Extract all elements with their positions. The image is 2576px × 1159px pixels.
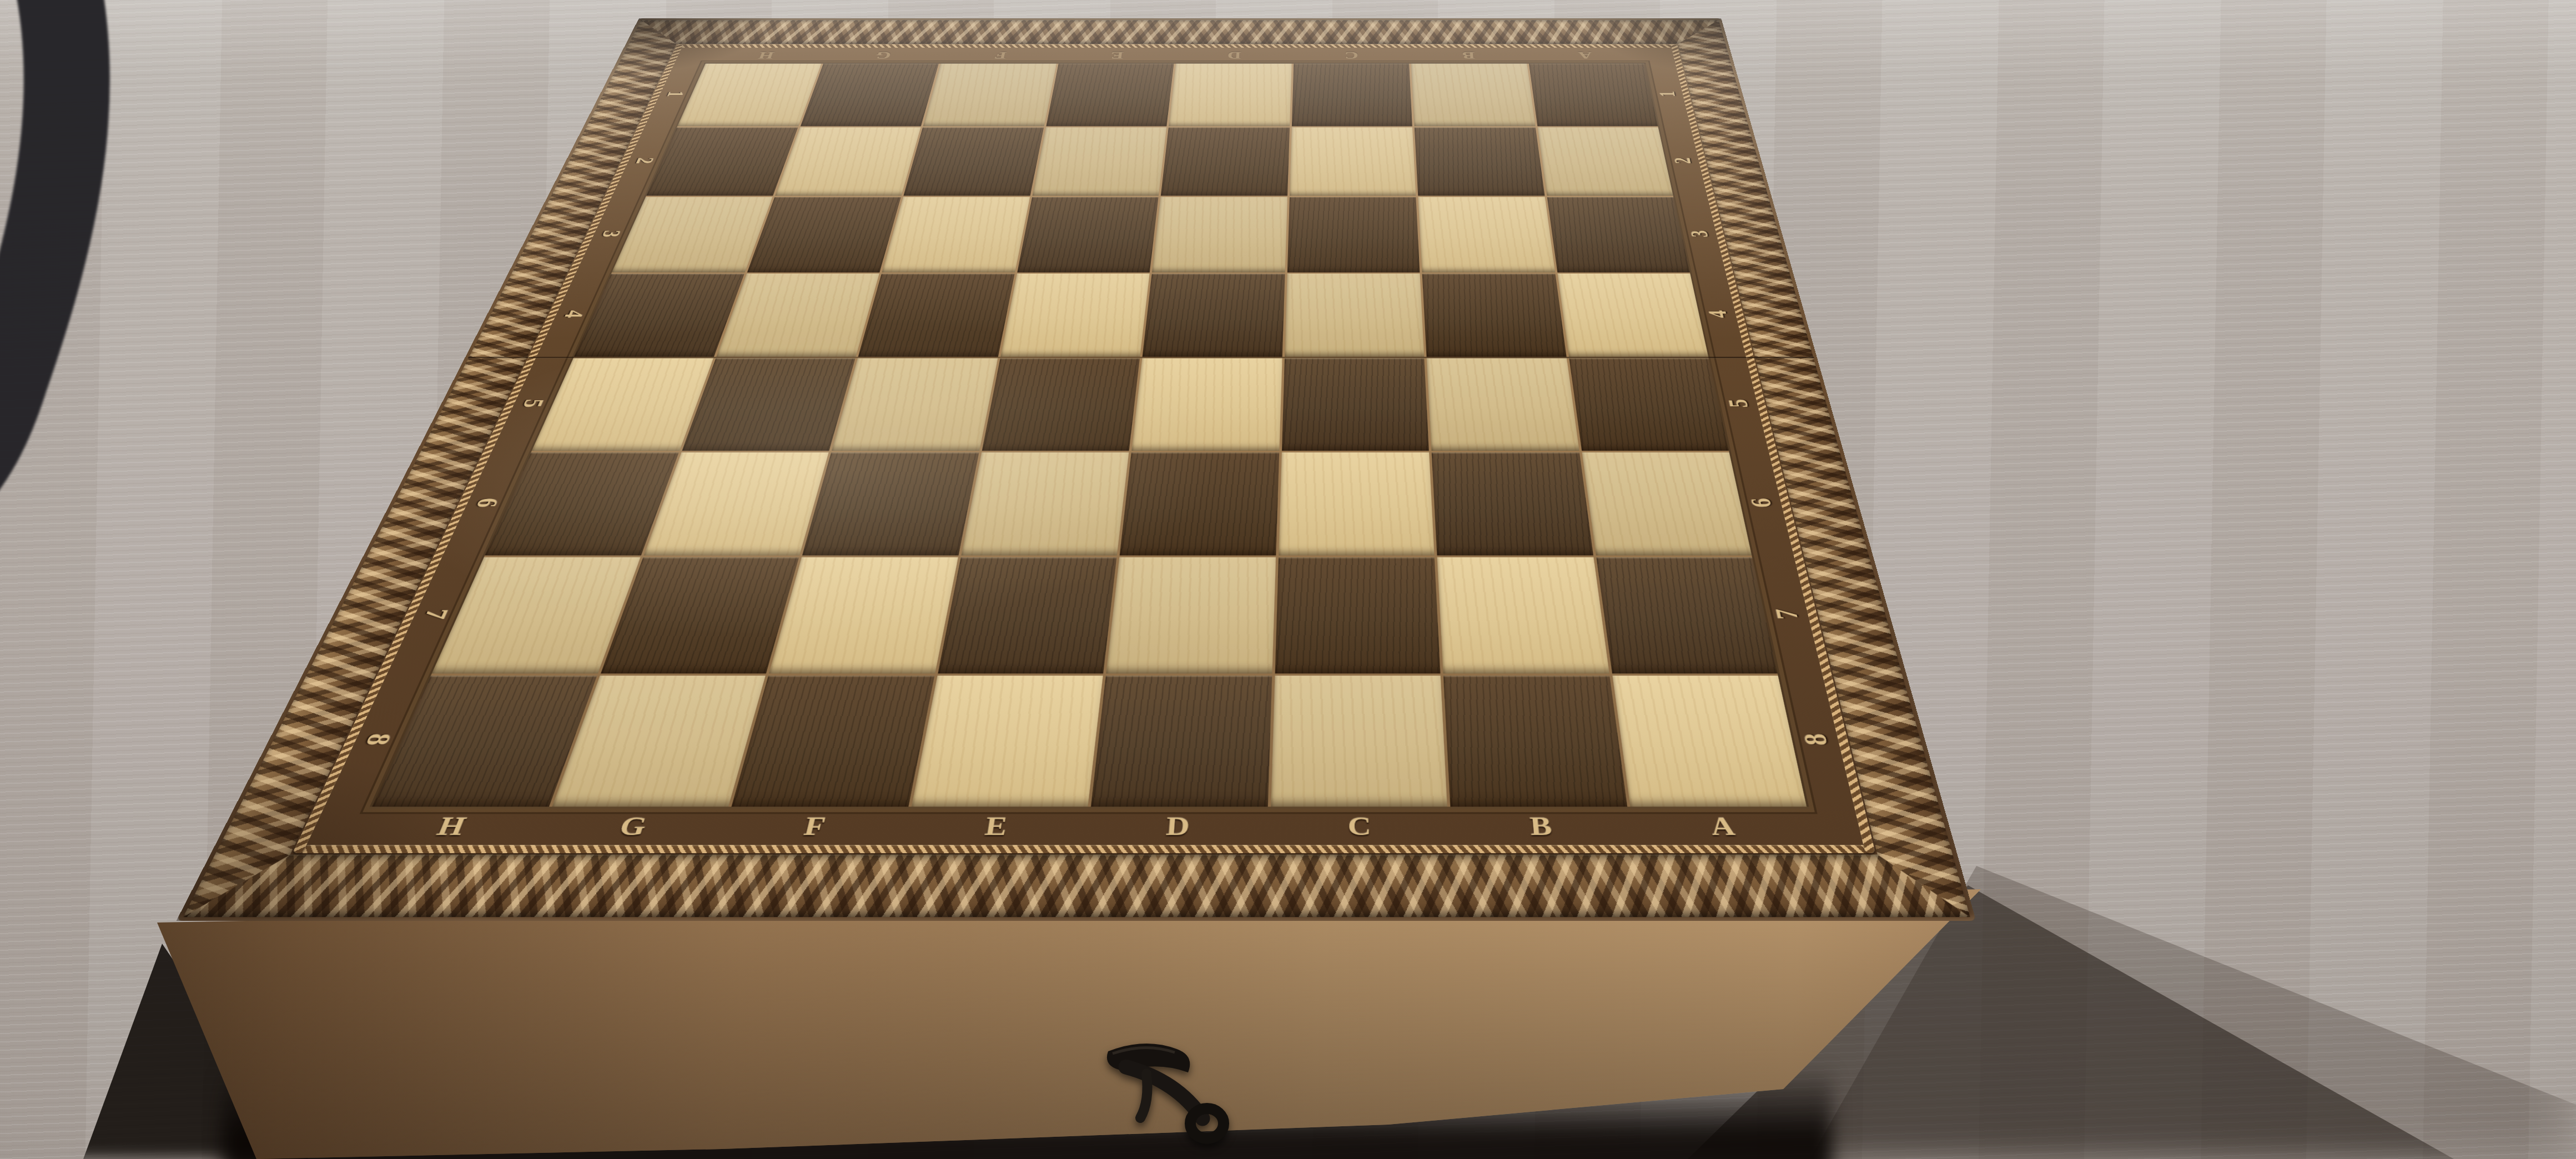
square-c4[interactable] — [1285, 274, 1425, 357]
square-c8[interactable] — [1271, 676, 1447, 807]
square-g1[interactable] — [800, 64, 938, 127]
file-labels-far-label: E — [1058, 48, 1177, 63]
square-b3[interactable] — [1418, 197, 1554, 273]
square-b4[interactable] — [1422, 274, 1566, 357]
board-perspective-wrapper: HGFEDCBA HGFEDCBA 12345678 12345678 — [0, 0, 2576, 1159]
rope-twist-line-bottom — [293, 845, 1876, 853]
file-labels-far-label: C — [1292, 48, 1410, 63]
rank-labels-right-label: 5 — [1663, 392, 1815, 414]
square-e4[interactable] — [1000, 274, 1150, 357]
rank-labels-left-label: 1 — [612, 87, 739, 102]
square-d6[interactable] — [1120, 452, 1279, 556]
file-labels-far-label: G — [822, 48, 944, 63]
rank-labels-left-label: 8 — [283, 724, 472, 755]
file-labels-far: HGFEDCBA — [705, 48, 1646, 63]
square-g4[interactable] — [716, 274, 879, 357]
square-g3[interactable] — [747, 197, 900, 273]
file-labels-far-label: B — [1410, 48, 1528, 63]
rank-labels-right-label: 8 — [1725, 724, 1907, 755]
square-f6[interactable] — [802, 452, 979, 556]
square-b7[interactable] — [1437, 557, 1609, 673]
rank-labels-left-label: 2 — [578, 152, 711, 169]
square-e7[interactable] — [938, 557, 1117, 673]
square-e8[interactable] — [911, 676, 1103, 807]
rank-labels-right-label: 6 — [1682, 490, 1842, 515]
rank-labels-right-label: 4 — [1647, 304, 1790, 324]
file-labels-near: HGFEDCBA — [353, 809, 1817, 844]
file-labels-near-label: A — [1629, 809, 1817, 844]
square-f4[interactable] — [858, 274, 1014, 357]
rope-braid-border-top — [629, 20, 1725, 44]
square-b8[interactable] — [1443, 676, 1627, 807]
square-c5[interactable] — [1281, 358, 1428, 450]
square-e6[interactable] — [961, 452, 1129, 556]
square-c7[interactable] — [1275, 557, 1440, 673]
file-labels-near-label: B — [1449, 809, 1634, 844]
square-g2[interactable] — [775, 127, 921, 195]
square-d2[interactable] — [1161, 127, 1290, 195]
square-b2[interactable] — [1415, 127, 1544, 195]
square-d1[interactable] — [1169, 64, 1291, 127]
square-b5[interactable] — [1427, 358, 1579, 450]
rank-labels-left-label: 4 — [500, 304, 648, 324]
scene: HGFEDCBA HGFEDCBA 12345678 12345678 — [0, 0, 2576, 1159]
square-c2[interactable] — [1290, 127, 1416, 195]
square-f1[interactable] — [923, 64, 1056, 127]
rank-labels-right-label: 7 — [1702, 600, 1873, 628]
square-e5[interactable] — [982, 358, 1140, 450]
square-e1[interactable] — [1046, 64, 1174, 127]
rank-labels-left-label: 6 — [404, 490, 570, 515]
rank-labels-left-label: 7 — [347, 600, 524, 628]
square-c6[interactable] — [1279, 452, 1435, 556]
file-labels-near-label: F — [719, 809, 909, 844]
file-labels-far-label: A — [1526, 48, 1646, 63]
dark-object — [0, 0, 255, 527]
square-e2[interactable] — [1032, 127, 1166, 195]
square-f7[interactable] — [769, 557, 958, 673]
square-f3[interactable] — [882, 197, 1030, 273]
square-b6[interactable] — [1432, 452, 1593, 556]
rank-labels-right-label: 2 — [1618, 152, 1748, 169]
square-d5[interactable] — [1131, 358, 1282, 450]
rank-labels-left-label: 5 — [455, 392, 611, 414]
square-d4[interactable] — [1143, 274, 1285, 357]
square-f8[interactable] — [731, 676, 934, 807]
square-b1[interactable] — [1411, 64, 1535, 127]
rank-labels-left-label: 3 — [541, 224, 681, 243]
file-labels-far-label: D — [1175, 48, 1293, 63]
file-labels-near-label: G — [536, 809, 729, 844]
rank-labels-right-label: 1 — [1606, 87, 1729, 102]
square-c1[interactable] — [1291, 64, 1412, 127]
square-c3[interactable] — [1287, 197, 1420, 273]
square-d8[interactable] — [1091, 676, 1272, 807]
square-d7[interactable] — [1106, 557, 1275, 673]
square-e3[interactable] — [1017, 197, 1159, 273]
square-f5[interactable] — [832, 358, 998, 450]
square-d3[interactable] — [1152, 197, 1287, 273]
file-labels-near-label: D — [1085, 809, 1269, 844]
file-labels-near-label: H — [353, 809, 549, 844]
folding-hinge-seam — [468, 357, 1814, 359]
rope-braid-border-bottom — [183, 854, 1970, 917]
file-labels-near-label: E — [902, 809, 1089, 844]
file-labels-far-label: H — [705, 48, 827, 63]
square-f2[interactable] — [903, 127, 1043, 195]
rank-labels-right-label: 3 — [1632, 224, 1768, 243]
file-labels-far-label: F — [940, 48, 1060, 63]
chess-board: HGFEDCBA HGFEDCBA 12345678 12345678 — [176, 18, 1976, 921]
file-labels-near-label: C — [1268, 809, 1451, 844]
